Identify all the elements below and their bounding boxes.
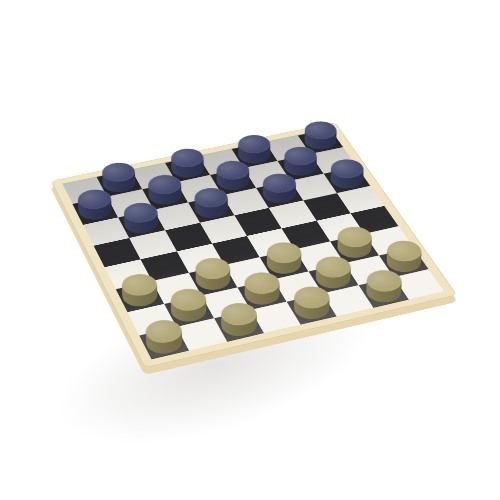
square-h6[interactable] bbox=[323, 166, 370, 193]
piece-olive-a1[interactable] bbox=[142, 328, 187, 357]
piece-olive-g1[interactable] bbox=[361, 279, 406, 307]
piece-navy-d6[interactable] bbox=[190, 196, 232, 221]
square-a1[interactable] bbox=[139, 327, 189, 359]
piece-olive-e1[interactable] bbox=[289, 295, 334, 323]
piece-olive-c1[interactable] bbox=[216, 311, 261, 340]
piece-navy-b6[interactable] bbox=[121, 211, 163, 236]
square-g1[interactable] bbox=[358, 277, 408, 308]
photo-stage bbox=[0, 0, 500, 500]
